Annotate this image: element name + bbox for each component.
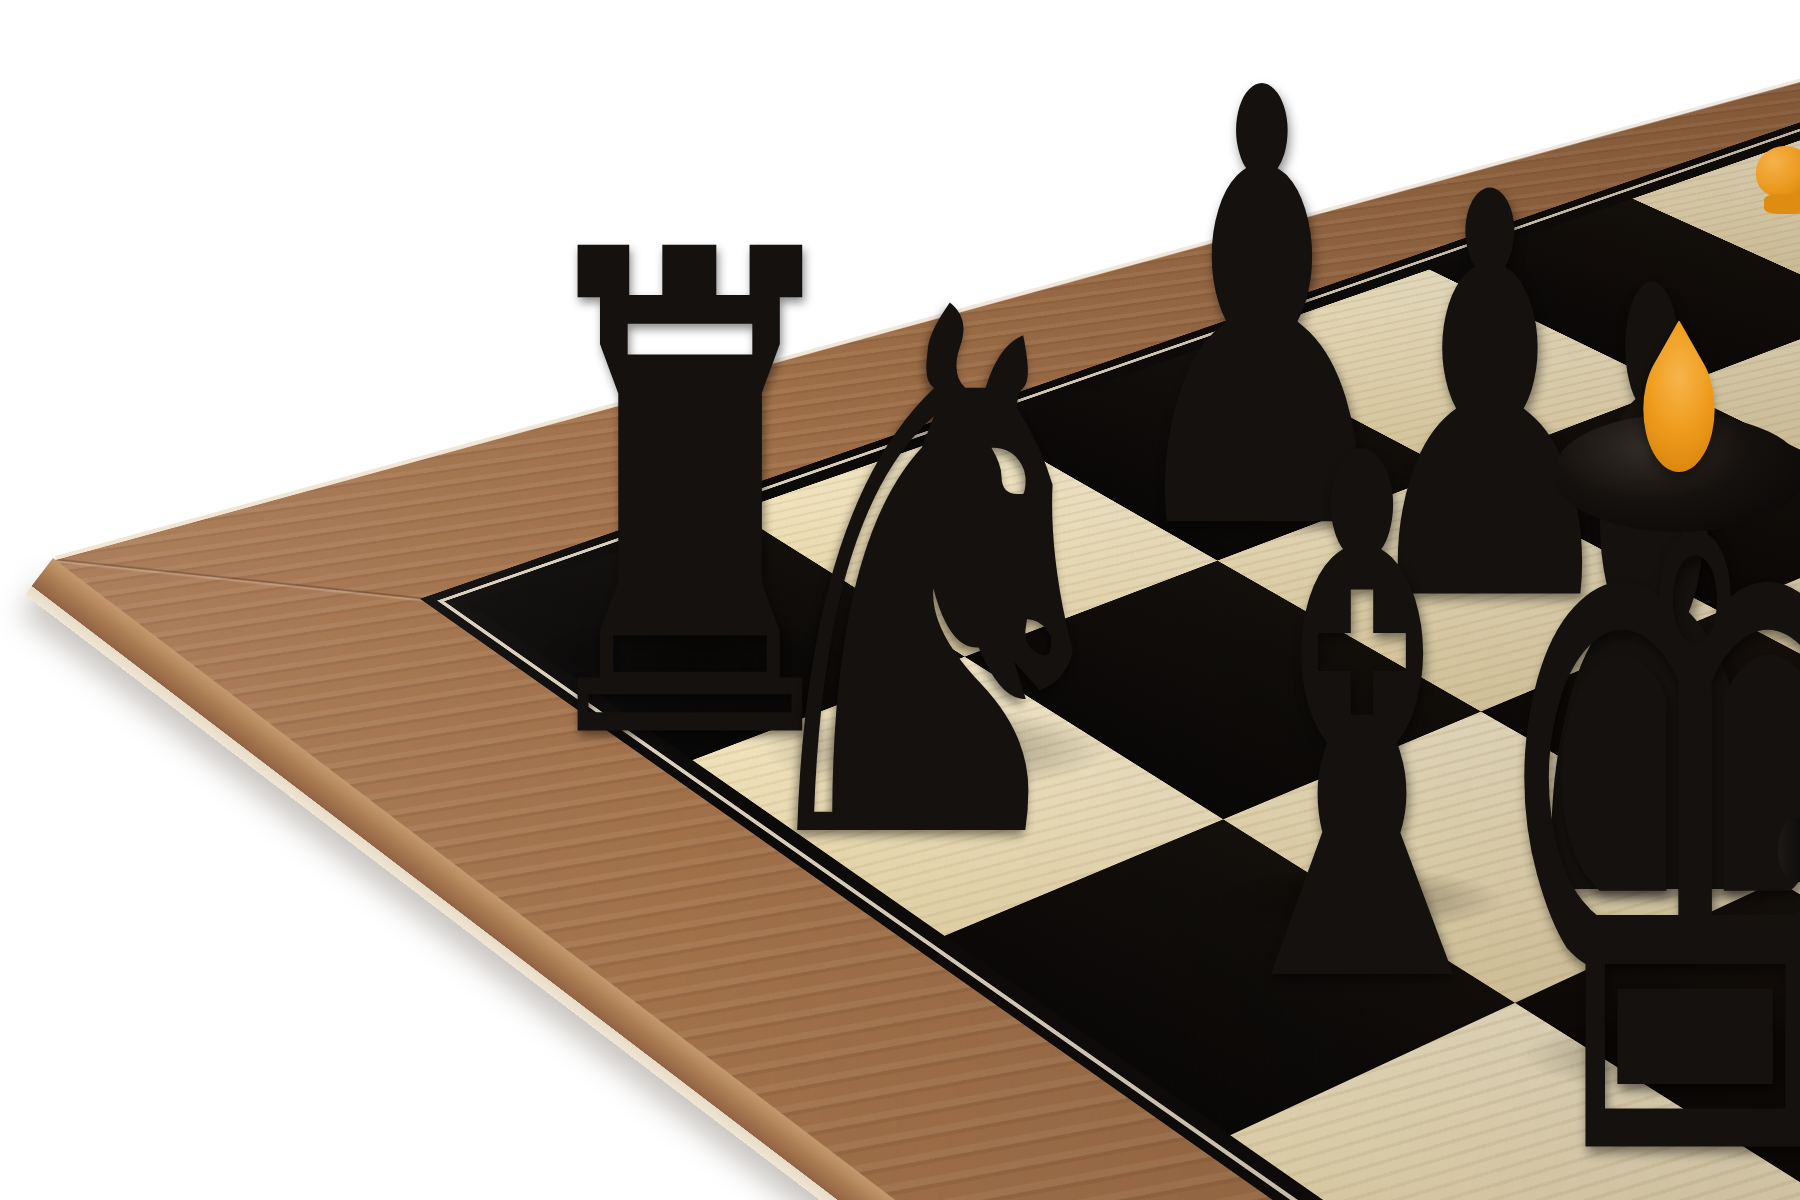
partial-orange-piece [1756, 146, 1800, 198]
black-knight-b1: ♞ [719, 219, 1151, 941]
partial-orange-piece-neck [1764, 194, 1800, 214]
